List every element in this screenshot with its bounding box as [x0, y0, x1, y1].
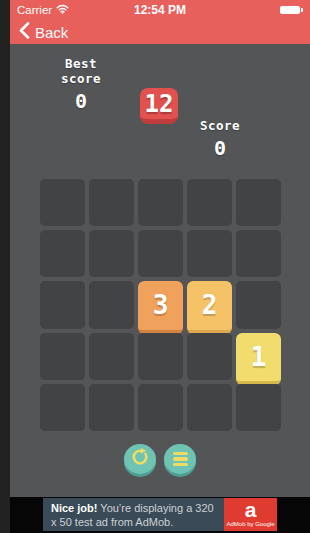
board-cell: [187, 230, 232, 277]
score-block: Score 0: [184, 118, 256, 160]
board-cell: [40, 281, 85, 328]
back-label: Back: [35, 24, 68, 41]
status-bar: Carrier 12:54 PM: [10, 0, 310, 20]
app-screen: Carrier 12:54 PM Back: [10, 0, 310, 533]
board-cell: [40, 384, 85, 431]
board-cell: [89, 179, 134, 226]
ad-text-bold: Nice job!: [51, 502, 97, 514]
board[interactable]: 321: [40, 179, 281, 431]
board-cell: [40, 333, 85, 380]
best-score-block: Best score 0: [45, 56, 117, 113]
board-cell: [138, 179, 183, 226]
board-cell: 3: [138, 281, 183, 328]
admob-a-icon: a: [224, 499, 277, 521]
ad-strip: Nice job! You’re displaying a 320 x 50 t…: [10, 497, 310, 533]
goal-tile: 12: [140, 88, 178, 124]
hamburger-icon: [173, 452, 188, 467]
board-cell: [89, 333, 134, 380]
nav-bar: Back: [10, 20, 310, 44]
score-value: 0: [184, 136, 256, 160]
board-cell: [138, 384, 183, 431]
admob-banner[interactable]: Nice job! You’re displaying a 320 x 50 t…: [43, 498, 277, 531]
ad-text: Nice job! You’re displaying a 320 x 50 t…: [43, 498, 224, 531]
board-cell: [89, 230, 134, 277]
admob-caption: AdMob by Google: [224, 521, 277, 528]
restart-button[interactable]: [124, 444, 156, 474]
score-label: Score: [184, 118, 256, 133]
board-cell: [89, 384, 134, 431]
tile-3[interactable]: 3: [138, 281, 183, 333]
best-score-label: Best score: [45, 56, 117, 86]
refresh-icon: [130, 447, 150, 471]
menu-button[interactable]: [164, 444, 196, 474]
clock: 12:54 PM: [10, 3, 310, 17]
board-cell: [138, 230, 183, 277]
tile-2[interactable]: 2: [187, 281, 232, 333]
board-cell: [236, 230, 281, 277]
board-cell: [236, 281, 281, 328]
board-cell: [89, 281, 134, 328]
board-cell: [236, 179, 281, 226]
board-cell: [187, 333, 232, 380]
controls-row: [10, 444, 310, 474]
board-cell: 1: [236, 333, 281, 380]
board-cell: [187, 179, 232, 226]
board-cell: [40, 179, 85, 226]
board-cell: 2: [187, 281, 232, 328]
board-cell: [187, 384, 232, 431]
admob-logo[interactable]: a AdMob by Google: [224, 498, 277, 531]
back-button[interactable]: Back: [10, 22, 68, 42]
board-cell: [236, 384, 281, 431]
best-score-value: 0: [45, 89, 117, 113]
board-cell: [138, 333, 183, 380]
tile-1[interactable]: 1: [236, 333, 281, 385]
chevron-left-icon: [19, 22, 30, 42]
battery-icon: [280, 6, 303, 14]
board-cell: [40, 230, 85, 277]
